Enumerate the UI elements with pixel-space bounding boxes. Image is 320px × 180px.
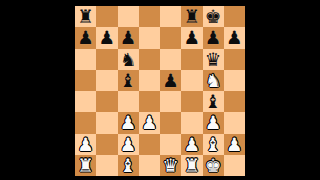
square-a1[interactable]: ♜ bbox=[75, 155, 96, 176]
white-queen[interactable]: ♛ bbox=[162, 155, 179, 176]
black-pawn[interactable]: ♟ bbox=[99, 27, 116, 48]
square-d7[interactable] bbox=[139, 27, 160, 48]
square-g4[interactable]: ♝ bbox=[203, 91, 224, 112]
square-f5[interactable] bbox=[181, 70, 202, 91]
white-pawn[interactable]: ♟ bbox=[120, 112, 137, 133]
square-a2[interactable]: ♟ bbox=[75, 134, 96, 155]
letterbox-left bbox=[0, 0, 75, 180]
square-h7[interactable]: ♟ bbox=[224, 27, 245, 48]
square-d1[interactable] bbox=[139, 155, 160, 176]
square-h1[interactable] bbox=[224, 155, 245, 176]
square-a3[interactable] bbox=[75, 112, 96, 133]
square-e8[interactable] bbox=[160, 6, 181, 27]
black-queen[interactable]: ♛ bbox=[205, 49, 222, 70]
black-pawn[interactable]: ♟ bbox=[120, 27, 137, 48]
square-e5[interactable]: ♟ bbox=[160, 70, 181, 91]
square-e1[interactable]: ♛ bbox=[160, 155, 181, 176]
white-pawn[interactable]: ♟ bbox=[205, 112, 222, 133]
black-pawn[interactable]: ♟ bbox=[226, 27, 243, 48]
square-e7[interactable] bbox=[160, 27, 181, 48]
black-rook[interactable]: ♜ bbox=[184, 6, 201, 27]
white-pawn[interactable]: ♟ bbox=[226, 134, 243, 155]
square-c2[interactable]: ♟ bbox=[118, 134, 139, 155]
square-f3[interactable] bbox=[181, 112, 202, 133]
square-h2[interactable]: ♟ bbox=[224, 134, 245, 155]
square-c1[interactable]: ♝ bbox=[118, 155, 139, 176]
white-bishop[interactable]: ♝ bbox=[120, 155, 137, 176]
square-e3[interactable] bbox=[160, 112, 181, 133]
black-pawn[interactable]: ♟ bbox=[77, 27, 94, 48]
black-bishop[interactable]: ♝ bbox=[205, 91, 222, 112]
white-king[interactable]: ♚ bbox=[205, 155, 222, 176]
letterbox-right bbox=[245, 0, 320, 180]
chess-board: ♜♜♚♟♟♟♟♟♟♞♛♝♟♞♝♟♟♟♟♟♟♝♟♜♝♛♜♚ bbox=[75, 6, 245, 176]
square-g2[interactable]: ♝ bbox=[203, 134, 224, 155]
white-pawn[interactable]: ♟ bbox=[141, 112, 158, 133]
square-g3[interactable]: ♟ bbox=[203, 112, 224, 133]
white-bishop[interactable]: ♝ bbox=[205, 134, 222, 155]
white-knight[interactable]: ♞ bbox=[205, 70, 222, 91]
square-c7[interactable]: ♟ bbox=[118, 27, 139, 48]
black-rook[interactable]: ♜ bbox=[77, 6, 94, 27]
square-a8[interactable]: ♜ bbox=[75, 6, 96, 27]
square-g1[interactable]: ♚ bbox=[203, 155, 224, 176]
square-c3[interactable]: ♟ bbox=[118, 112, 139, 133]
square-d5[interactable] bbox=[139, 70, 160, 91]
square-g6[interactable]: ♛ bbox=[203, 49, 224, 70]
square-g7[interactable]: ♟ bbox=[203, 27, 224, 48]
square-b6[interactable] bbox=[96, 49, 117, 70]
square-b7[interactable]: ♟ bbox=[96, 27, 117, 48]
black-bishop[interactable]: ♝ bbox=[120, 70, 137, 91]
square-g8[interactable]: ♚ bbox=[203, 6, 224, 27]
square-c4[interactable] bbox=[118, 91, 139, 112]
square-d3[interactable]: ♟ bbox=[139, 112, 160, 133]
video-frame: ♜♜♚♟♟♟♟♟♟♞♛♝♟♞♝♟♟♟♟♟♟♝♟♜♝♛♜♚ bbox=[0, 0, 320, 180]
square-c5[interactable]: ♝ bbox=[118, 70, 139, 91]
square-d2[interactable] bbox=[139, 134, 160, 155]
square-a4[interactable] bbox=[75, 91, 96, 112]
square-f1[interactable]: ♜ bbox=[181, 155, 202, 176]
black-pawn[interactable]: ♟ bbox=[205, 27, 222, 48]
black-knight[interactable]: ♞ bbox=[120, 49, 137, 70]
square-e6[interactable] bbox=[160, 49, 181, 70]
white-pawn[interactable]: ♟ bbox=[120, 134, 137, 155]
black-pawn[interactable]: ♟ bbox=[162, 70, 179, 91]
square-d4[interactable] bbox=[139, 91, 160, 112]
square-f7[interactable]: ♟ bbox=[181, 27, 202, 48]
square-b3[interactable] bbox=[96, 112, 117, 133]
square-c8[interactable] bbox=[118, 6, 139, 27]
square-d6[interactable] bbox=[139, 49, 160, 70]
square-f6[interactable] bbox=[181, 49, 202, 70]
black-king[interactable]: ♚ bbox=[205, 6, 222, 27]
square-b8[interactable] bbox=[96, 6, 117, 27]
square-f8[interactable]: ♜ bbox=[181, 6, 202, 27]
square-h4[interactable] bbox=[224, 91, 245, 112]
square-h6[interactable] bbox=[224, 49, 245, 70]
square-e4[interactable] bbox=[160, 91, 181, 112]
white-rook[interactable]: ♜ bbox=[77, 155, 94, 176]
square-b5[interactable] bbox=[96, 70, 117, 91]
black-pawn[interactable]: ♟ bbox=[184, 27, 201, 48]
square-b2[interactable] bbox=[96, 134, 117, 155]
white-rook[interactable]: ♜ bbox=[184, 155, 201, 176]
square-h8[interactable] bbox=[224, 6, 245, 27]
square-a7[interactable]: ♟ bbox=[75, 27, 96, 48]
square-a6[interactable] bbox=[75, 49, 96, 70]
white-pawn[interactable]: ♟ bbox=[77, 134, 94, 155]
square-h3[interactable] bbox=[224, 112, 245, 133]
square-b4[interactable] bbox=[96, 91, 117, 112]
white-pawn[interactable]: ♟ bbox=[184, 134, 201, 155]
square-f2[interactable]: ♟ bbox=[181, 134, 202, 155]
square-b1[interactable] bbox=[96, 155, 117, 176]
square-g5[interactable]: ♞ bbox=[203, 70, 224, 91]
square-d8[interactable] bbox=[139, 6, 160, 27]
square-e2[interactable] bbox=[160, 134, 181, 155]
square-f4[interactable] bbox=[181, 91, 202, 112]
square-c6[interactable]: ♞ bbox=[118, 49, 139, 70]
square-h5[interactable] bbox=[224, 70, 245, 91]
square-a5[interactable] bbox=[75, 70, 96, 91]
